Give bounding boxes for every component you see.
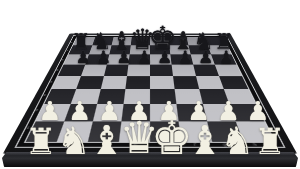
piece-white-bishop-f1[interactable]: ♝: [187, 120, 223, 160]
piece-white-knight-g1[interactable]: ♞: [220, 122, 254, 160]
piece-white-rook-a1[interactable]: ♜: [25, 124, 57, 160]
piece-black-pawn-g7[interactable]: ♟: [198, 49, 213, 66]
piece-black-pawn-b7[interactable]: ♟: [96, 49, 111, 66]
piece-black-pawn-e7[interactable]: ♟: [157, 49, 172, 66]
piece-black-pawn-f7[interactable]: ♟: [178, 49, 193, 66]
piece-black-pawn-a7[interactable]: ♟: [75, 49, 90, 66]
pieces-layer: ♜♞♝♛♚♝♞♜♟♟♟♟♟♟♟♟♟♟♟♟♟♟♟♟♜♞♝♛♚♝♞♜: [0, 0, 300, 169]
piece-black-pawn-c7[interactable]: ♟: [116, 49, 131, 66]
chess-set-photo: abcdefgh 87654321 ♜♞♝♛♚♝♞♜♟♟♟♟♟♟♟♟♟♟♟♟♟♟…: [0, 0, 300, 169]
piece-black-pawn-h7[interactable]: ♟: [218, 49, 233, 66]
piece-black-pawn-d7[interactable]: ♟: [137, 49, 152, 66]
piece-white-rook-h1[interactable]: ♜: [254, 124, 286, 160]
piece-white-knight-b1[interactable]: ♞: [57, 122, 91, 160]
